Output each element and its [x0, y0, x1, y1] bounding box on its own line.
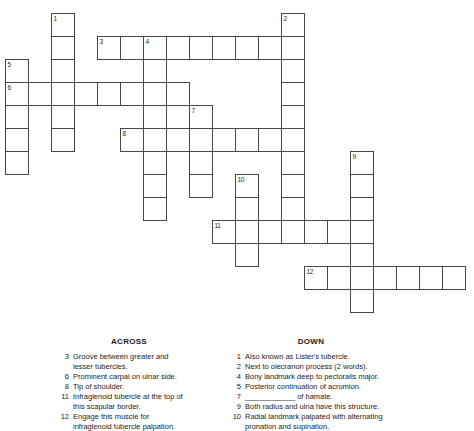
grid-cell-r12c15[interactable] [350, 289, 374, 313]
cell-number-9: 9 [353, 153, 356, 160]
clue-number: 4 [224, 372, 245, 382]
grid-cell-r6c0[interactable] [5, 151, 29, 175]
grid-cell-r3c2[interactable] [51, 82, 75, 106]
clue-text: Groove between greater and lesser tuberc… [73, 352, 189, 372]
clue-down-7: 7____________ of hamate. [224, 392, 407, 402]
clue-text: Infraglenoid tubercle at the top of this… [73, 392, 189, 412]
grid-cell-r9c10[interactable] [235, 220, 259, 244]
grid-cell-r0c12[interactable]: 2 [281, 13, 305, 37]
grid-cell-r5c0[interactable] [5, 128, 29, 152]
grid-cell-r9c13[interactable] [304, 220, 328, 244]
clue-down-9: 9Both radius and ulna have this structur… [224, 402, 407, 412]
grid-cell-r5c11[interactable] [258, 128, 282, 152]
grid-cell-r2c12[interactable] [281, 59, 305, 83]
grid-cell-r5c12[interactable] [281, 128, 305, 152]
grid-cell-r3c3[interactable] [74, 82, 98, 106]
grid-cell-r9c11[interactable] [258, 220, 282, 244]
grid-cell-r1c2[interactable] [51, 36, 75, 60]
grid-cell-r7c8[interactable] [189, 174, 213, 198]
grid-cell-r7c12[interactable] [281, 174, 305, 198]
grid-cell-r4c2[interactable] [51, 105, 75, 129]
grid-cell-r5c9[interactable] [212, 128, 236, 152]
clue-number: 11 [52, 392, 73, 402]
grid-cell-r10c15[interactable] [350, 243, 374, 267]
grid-cell-r2c0[interactable]: 5 [5, 59, 29, 83]
grid-cell-r5c10[interactable] [235, 128, 259, 152]
grid-cell-r6c15[interactable]: 9 [350, 151, 374, 175]
grid-cell-r7c10[interactable]: 10 [235, 174, 259, 198]
clue-number: 10 [224, 412, 245, 422]
down-header: DOWN [232, 337, 390, 346]
clue-number: 1 [224, 352, 245, 362]
crossword-worksheet: 123456789101112 ACROSS DOWN 3Groove betw… [0, 0, 474, 431]
grid-cell-r1c6[interactable]: 4 [143, 36, 167, 60]
grid-cell-r1c4[interactable]: 3 [97, 36, 121, 60]
clue-number: 6 [52, 372, 73, 382]
grid-cell-r8c10[interactable] [235, 197, 259, 221]
clue-text: ____________ of hamate. [245, 392, 407, 402]
grid-cell-r1c10[interactable] [235, 36, 259, 60]
cell-number-5: 5 [8, 61, 11, 68]
grid-cell-r1c7[interactable] [166, 36, 190, 60]
clue-text: Prominent carpal on ulnar side. [73, 372, 189, 382]
grid-cell-r9c14[interactable] [327, 220, 351, 244]
clue-number: 9 [224, 402, 245, 412]
grid-cell-r5c7[interactable] [166, 128, 190, 152]
grid-cell-r11c13[interactable]: 12 [304, 266, 328, 290]
grid-cell-r9c15[interactable] [350, 220, 374, 244]
cell-number-8: 8 [123, 130, 126, 137]
grid-cell-r3c1[interactable] [28, 82, 52, 106]
grid-cell-r3c4[interactable] [97, 82, 121, 106]
grid-cell-r2c6[interactable] [143, 59, 167, 83]
grid-cell-r5c5[interactable]: 8 [120, 128, 144, 152]
grid-cell-r11c14[interactable] [327, 266, 351, 290]
cell-number-10: 10 [238, 176, 245, 183]
cell-number-3: 3 [100, 38, 103, 45]
clue-down-1: 1Also known as Lister's tubercle. [224, 352, 407, 362]
grid-cell-r3c12[interactable] [281, 82, 305, 106]
clue-across-11: 11Infraglenoid tubercle at the top of th… [52, 392, 189, 412]
clue-across-6: 6Prominent carpal on ulnar side. [52, 372, 189, 382]
clue-number: 5 [224, 382, 245, 392]
grid-cell-r3c7[interactable] [166, 82, 190, 106]
crossword-grid: 123456789101112 [0, 0, 474, 320]
cell-number-1: 1 [54, 15, 57, 22]
clue-down-2: 2Next to olecranon process (2 words). [224, 362, 407, 372]
clue-number: 7 [224, 392, 245, 402]
clue-across-3: 3Groove between greater and lesser tuber… [52, 352, 189, 372]
clue-across-12: 12Engage this muscle for infraglenoid tu… [52, 412, 189, 431]
down-clue-list: 1Also known as Lister's tubercle.2Next t… [224, 352, 407, 431]
clue-text: Radial landmark palpated with alternatin… [245, 412, 407, 431]
clue-number: 8 [52, 382, 73, 392]
grid-cell-r4c0[interactable] [5, 105, 29, 129]
grid-cell-r11c17[interactable] [396, 266, 420, 290]
grid-cell-r8c15[interactable] [350, 197, 374, 221]
grid-cell-r11c19[interactable] [442, 266, 466, 290]
grid-cell-r1c9[interactable] [212, 36, 236, 60]
grid-cell-r3c0[interactable]: 6 [5, 82, 29, 106]
cell-number-2: 2 [284, 15, 287, 22]
across-header: ACROSS [66, 337, 192, 346]
grid-cell-r9c9[interactable]: 11 [212, 220, 236, 244]
grid-cell-r7c6[interactable] [143, 174, 167, 198]
grid-cell-r11c15[interactable] [350, 266, 374, 290]
grid-cell-r3c5[interactable] [120, 82, 144, 106]
cell-number-11: 11 [215, 222, 221, 229]
grid-cell-r5c2[interactable] [51, 128, 75, 152]
cell-number-7: 7 [192, 107, 195, 114]
grid-cell-r1c5[interactable] [120, 36, 144, 60]
grid-cell-r9c12[interactable] [281, 220, 305, 244]
clue-number: 2 [224, 362, 245, 372]
clue-text: Also known as Lister's tubercle. [245, 352, 407, 362]
grid-cell-r10c10[interactable] [235, 243, 259, 267]
clue-number: 3 [52, 352, 73, 362]
grid-cell-r6c12[interactable] [281, 151, 305, 175]
clue-text: Next to olecranon process (2 words). [245, 362, 407, 372]
grid-cell-r6c6[interactable] [143, 151, 167, 175]
clue-text: Bony landmark deep to pectoralis major. [245, 372, 407, 382]
across-clue-list: 3Groove between greater and lesser tuber… [52, 352, 189, 431]
grid-cell-r1c8[interactable] [189, 36, 213, 60]
grid-cell-r4c12[interactable] [281, 105, 305, 129]
grid-cell-r0c2[interactable]: 1 [51, 13, 75, 37]
clue-text: Tip of shoulder. [73, 382, 189, 392]
clue-across-8: 8Tip of shoulder. [52, 382, 189, 392]
grid-cell-r8c6[interactable] [143, 197, 167, 221]
grid-cell-r7c15[interactable] [350, 174, 374, 198]
cell-number-6: 6 [8, 84, 11, 91]
grid-cell-r4c8[interactable]: 7 [189, 105, 213, 129]
grid-cell-r11c16[interactable] [373, 266, 397, 290]
grid-cell-r5c8[interactable] [189, 128, 213, 152]
grid-cell-r2c2[interactable] [51, 59, 75, 83]
grid-cell-r5c6[interactable] [143, 128, 167, 152]
clue-text: Posterior continuation of acromion. [245, 382, 407, 392]
grid-cell-r6c8[interactable] [189, 151, 213, 175]
cell-number-4: 4 [146, 38, 149, 45]
clue-number: 12 [52, 412, 73, 422]
clue-down-4: 4Bony landmark deep to pectoralis major. [224, 372, 407, 382]
clue-down-5: 5Posterior continuation of acromion. [224, 382, 407, 392]
grid-cell-r1c11[interactable] [258, 36, 282, 60]
clue-down-10: 10Radial landmark palpated with alternat… [224, 412, 407, 431]
grid-cell-r8c12[interactable] [281, 197, 305, 221]
clue-text: Both radius and ulna have this structure… [245, 402, 407, 412]
grid-cell-r3c6[interactable] [143, 82, 167, 106]
cell-number-12: 12 [307, 268, 314, 275]
grid-cell-r11c18[interactable] [419, 266, 443, 290]
grid-cell-r1c12[interactable] [281, 36, 305, 60]
clue-text: Engage this muscle for infraglenoid tube… [73, 412, 189, 431]
grid-cell-r4c6[interactable] [143, 105, 167, 129]
